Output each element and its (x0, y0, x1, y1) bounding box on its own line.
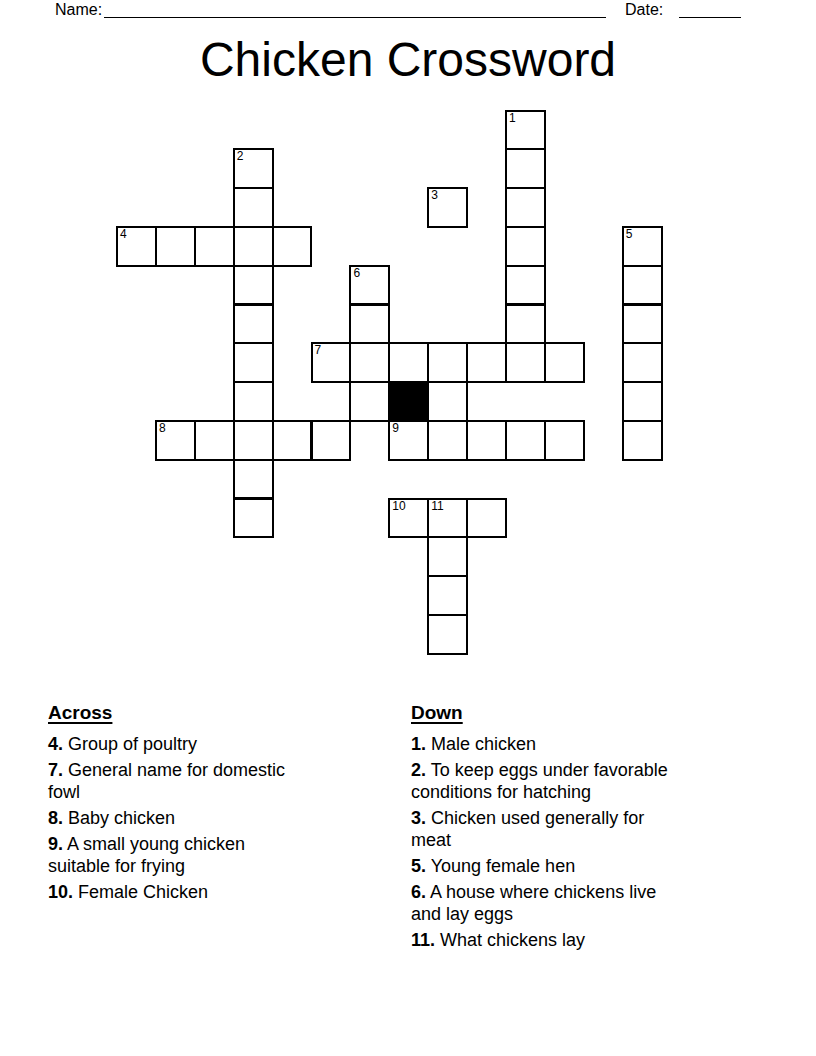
clue-number: 6. (411, 882, 426, 902)
down-clue-list: 1. Male chicken2. To keep eggs under fav… (411, 733, 811, 951)
clue-text: conditions for hatching (411, 781, 811, 803)
clue: 9. A small young chickensuitable for fry… (48, 833, 403, 877)
grid-cell[interactable]: 3 (427, 187, 468, 228)
cell-number: 3 (431, 189, 438, 202)
down-heading: Down (411, 702, 811, 724)
clue: 8. Baby chicken (48, 807, 403, 829)
grid-cell[interactable] (505, 226, 546, 267)
grid-cell[interactable] (622, 342, 663, 383)
clue-text: 5. Young female hen (411, 855, 811, 877)
grid-cell[interactable] (427, 342, 468, 383)
grid-cell[interactable] (194, 226, 235, 267)
grid-cell[interactable] (505, 304, 546, 345)
grid-cell[interactable] (622, 265, 663, 306)
grid-cell[interactable]: 7 (311, 342, 352, 383)
cell-number: 7 (315, 344, 322, 357)
clue-text: 11. What chickens lay (411, 929, 811, 951)
clue-text: 2. To keep eggs under favorable (411, 759, 811, 781)
clue-text: fowl (48, 781, 403, 803)
grid-cell[interactable] (349, 304, 390, 345)
grid-cell[interactable] (233, 226, 274, 267)
clue: 7. General name for domesticfowl (48, 759, 403, 803)
cell-number: 8 (159, 422, 166, 435)
grid-cell[interactable] (427, 536, 468, 577)
grid-cell[interactable] (505, 420, 546, 461)
clue: 6. A house where chickens liveand lay eg… (411, 881, 811, 925)
cell-number: 1 (509, 112, 516, 125)
grid-cell[interactable] (505, 148, 546, 189)
grid-cell[interactable]: 11 (427, 498, 468, 539)
grid-cell[interactable] (388, 342, 429, 383)
clue-text: 10. Female Chicken (48, 881, 403, 903)
clue-number: 9. (48, 834, 63, 854)
grid-cell[interactable]: 9 (388, 420, 429, 461)
grid-cell[interactable] (272, 420, 313, 461)
clue-number: 5. (411, 856, 426, 876)
clue-number: 7. (48, 760, 63, 780)
grid-cell[interactable] (272, 226, 313, 267)
grid-cell[interactable] (233, 381, 274, 422)
cell-number: 11 (431, 500, 443, 513)
across-clue-list: 4. Group of poultry7. General name for d… (48, 733, 403, 903)
clue-text: meat (411, 829, 811, 851)
grid-cell[interactable] (427, 575, 468, 616)
grid-cell[interactable] (622, 304, 663, 345)
grid-cell[interactable] (466, 420, 507, 461)
clue: 11. What chickens lay (411, 929, 811, 951)
cell-number: 9 (392, 422, 399, 435)
grid-cell[interactable] (233, 187, 274, 228)
grid-cell[interactable] (233, 265, 274, 306)
grid-cell[interactable] (427, 381, 468, 422)
clue-text: 6. A house where chickens live (411, 881, 811, 903)
grid-cell[interactable] (505, 342, 546, 383)
crossword-grid: 1234567891011 (0, 0, 816, 700)
grid-cell[interactable]: 2 (233, 148, 274, 189)
grid-cell[interactable] (233, 498, 274, 539)
cell-number: 4 (120, 228, 127, 241)
across-section: Across 4. Group of poultry7. General nam… (48, 702, 403, 907)
clue-number: 2. (411, 760, 426, 780)
grid-cell[interactable] (233, 304, 274, 345)
grid-cell[interactable] (544, 342, 585, 383)
clue-text: 8. Baby chicken (48, 807, 403, 829)
cell-number: 6 (353, 267, 360, 280)
grid-cell[interactable] (349, 381, 390, 422)
clue: 1. Male chicken (411, 733, 811, 755)
grid-cell[interactable] (466, 498, 507, 539)
down-section: Down 1. Male chicken2. To keep eggs unde… (411, 702, 811, 955)
grid-cell[interactable] (311, 420, 352, 461)
clue-text: 7. General name for domestic (48, 759, 403, 781)
grid-cell[interactable]: 5 (622, 226, 663, 267)
grid-cell[interactable] (233, 342, 274, 383)
grid-cell[interactable] (505, 265, 546, 306)
grid-cell[interactable] (622, 420, 663, 461)
clue-text: 4. Group of poultry (48, 733, 403, 755)
grid-cell[interactable]: 1 (505, 110, 546, 151)
grid-cell[interactable]: 8 (155, 420, 196, 461)
grid-cell[interactable] (194, 420, 235, 461)
black-cell (388, 381, 429, 422)
clue: 4. Group of poultry (48, 733, 403, 755)
grid-cell[interactable] (427, 614, 468, 655)
cell-number: 2 (237, 150, 244, 163)
across-heading: Across (48, 702, 403, 724)
grid-cell[interactable] (233, 420, 274, 461)
clue-number: 4. (48, 734, 63, 754)
grid-cell[interactable]: 6 (349, 265, 390, 306)
clue-text: and lay eggs (411, 903, 811, 925)
grid-cell[interactable] (349, 342, 390, 383)
clue-text: 3. Chicken used generally for (411, 807, 811, 829)
grid-cell[interactable] (622, 381, 663, 422)
grid-cell[interactable] (466, 342, 507, 383)
clue-number: 10. (48, 882, 73, 902)
grid-cell[interactable]: 4 (116, 226, 157, 267)
clue-number: 1. (411, 734, 426, 754)
grid-cell[interactable] (505, 187, 546, 228)
clue-text: suitable for frying (48, 855, 403, 877)
grid-cell[interactable] (233, 459, 274, 500)
grid-cell[interactable]: 10 (388, 498, 429, 539)
clue-number: 11. (411, 930, 435, 950)
clue: 5. Young female hen (411, 855, 811, 877)
cell-number: 10 (392, 500, 405, 513)
clue: 3. Chicken used generally formeat (411, 807, 811, 851)
cell-number: 5 (626, 228, 633, 241)
grid-cell[interactable] (544, 420, 585, 461)
clue-text: 9. A small young chicken (48, 833, 403, 855)
grid-cell[interactable] (155, 226, 196, 267)
worksheet-page: Name: Date: Chicken Crossword 1234567891… (0, 0, 816, 1056)
clue: 2. To keep eggs under favorablecondition… (411, 759, 811, 803)
clue: 10. Female Chicken (48, 881, 403, 903)
clue-number: 3. (411, 808, 426, 828)
clue-number: 8. (48, 808, 63, 828)
clue-text: 1. Male chicken (411, 733, 811, 755)
grid-cell[interactable] (427, 420, 468, 461)
